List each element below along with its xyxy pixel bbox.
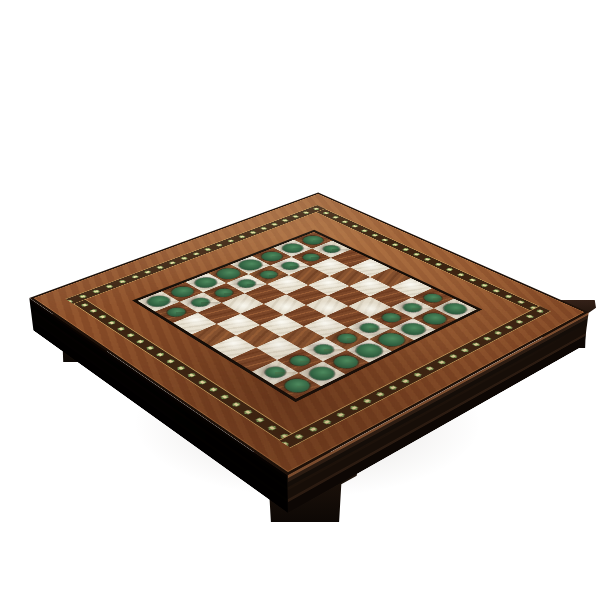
chess-board: ♜♞♝♛♚♝♞♜♟♟♟♟♟♟♟♟♟♟♟♟♟♟♟♟♜♞♝♛♚♝♞♜: [29, 192, 588, 475]
chess-set-photo: ♜♞♝♛♚♝♞♜♟♟♟♟♟♟♟♟♟♟♟♟♟♟♟♟♜♞♝♛♚♝♞♜: [0, 0, 600, 600]
black-pawn-glyph: ♟: [149, 258, 203, 319]
scene: ♜♞♝♛♚♝♞♜♟♟♟♟♟♟♟♟♟♟♟♟♟♟♟♟♜♞♝♛♚♝♞♜: [0, 0, 600, 600]
white-rook-glyph: ♜: [261, 313, 333, 394]
